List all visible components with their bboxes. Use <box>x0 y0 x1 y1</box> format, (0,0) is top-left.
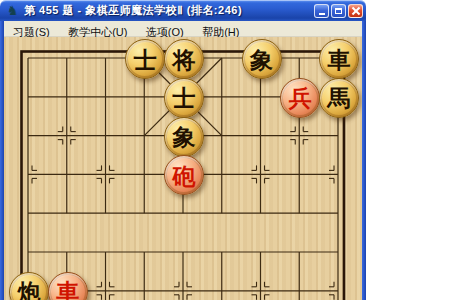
piece-black-advisor[interactable]: 士 <box>164 78 204 118</box>
piece-black-elephant[interactable]: 象 <box>164 117 204 157</box>
window-title: 第 455 题 - 象棋巫师魔法学校Ⅱ (排名:246) <box>24 3 314 18</box>
xiangqi-board[interactable]: 士将象車士兵馬象砲炮車 <box>4 37 362 300</box>
minimize-icon <box>319 13 325 15</box>
piece-black-horse[interactable]: 馬 <box>319 78 359 118</box>
piece-black-general[interactable]: 将 <box>164 39 204 79</box>
piece-red-soldier[interactable]: 兵 <box>280 78 320 118</box>
maximize-icon <box>335 8 342 14</box>
close-icon <box>352 7 360 15</box>
maximize-button[interactable] <box>331 4 346 18</box>
piece-black-elephant[interactable]: 象 <box>242 39 282 79</box>
app-icon[interactable]: ♞ <box>5 3 20 18</box>
piece-black-advisor[interactable]: 士 <box>125 39 165 79</box>
desktop-background: ♞ 第 455 题 - 象棋巫师魔法学校Ⅱ (排名:246) 习题(S) 教学中… <box>0 0 450 300</box>
window-border-right <box>362 21 366 300</box>
titlebar: ♞ 第 455 题 - 象棋巫师魔法学校Ⅱ (排名:246) <box>0 0 366 21</box>
close-button[interactable] <box>348 4 363 18</box>
piece-black-chariot[interactable]: 車 <box>319 39 359 79</box>
app-window: ♞ 第 455 题 - 象棋巫师魔法学校Ⅱ (排名:246) 习题(S) 教学中… <box>0 0 366 300</box>
titlebar-buttons <box>314 4 363 18</box>
minimize-button[interactable] <box>314 4 329 18</box>
menubar: 习题(S) 教学中心(U) 选项(O) 帮助(H) <box>4 21 362 37</box>
